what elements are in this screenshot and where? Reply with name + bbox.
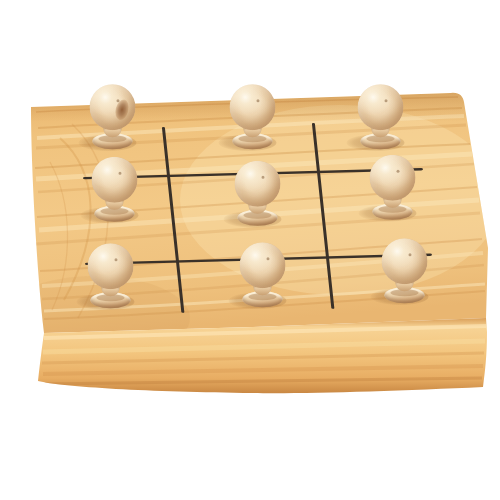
cell-r2-c2[interactable] bbox=[327, 253, 486, 343]
peg-ball bbox=[358, 84, 404, 130]
peg-ball bbox=[88, 243, 134, 289]
peg-r1-c2[interactable] bbox=[370, 155, 416, 221]
peg-ball bbox=[92, 157, 138, 203]
cell-r0-c0[interactable] bbox=[9, 90, 168, 180]
peg-r0-c1[interactable] bbox=[230, 84, 276, 150]
peg-r1-c1[interactable] bbox=[235, 161, 281, 227]
peg-ball bbox=[240, 242, 286, 288]
peg-r1-c0[interactable] bbox=[92, 157, 138, 223]
cell-r2-c1[interactable] bbox=[177, 257, 336, 347]
cell-r2-c0[interactable] bbox=[27, 261, 186, 351]
peg-ball bbox=[235, 161, 281, 207]
peg-r2-c0[interactable] bbox=[88, 243, 134, 309]
peg-r0-c2[interactable] bbox=[358, 84, 404, 150]
tictactoe-board bbox=[9, 82, 486, 351]
peg-ball bbox=[370, 155, 416, 201]
product-photo-scene bbox=[0, 0, 500, 500]
peg-r2-c1[interactable] bbox=[240, 242, 286, 308]
peg-ball bbox=[382, 238, 428, 284]
peg-r0-c0[interactable] bbox=[89, 84, 135, 150]
peg-ball bbox=[230, 84, 276, 130]
peg-r2-c2[interactable] bbox=[382, 238, 428, 304]
